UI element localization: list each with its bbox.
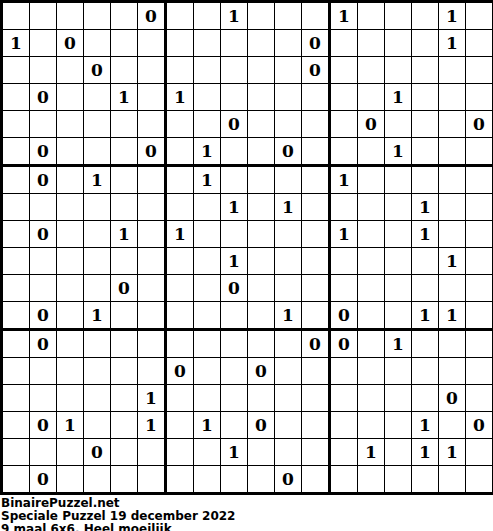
cell-r12c6-empty[interactable]: [138, 302, 167, 331]
cell-r16c1-empty[interactable]: [3, 412, 30, 439]
cell-r9c16-given-1: 1: [412, 221, 439, 248]
cell-r6c4-empty[interactable]: [84, 138, 111, 167]
cell-r12c3-empty[interactable]: [57, 302, 84, 331]
cell-r8c2-empty[interactable]: [30, 194, 57, 221]
cell-r6c18-empty[interactable]: [466, 138, 492, 167]
cell-r16c13-empty[interactable]: [331, 412, 358, 439]
cell-r17c13-empty[interactable]: [331, 439, 358, 466]
cell-r13c3-empty[interactable]: [57, 331, 84, 358]
cell-r3c10-empty[interactable]: [248, 57, 275, 84]
cell-r1c14-empty[interactable]: [358, 3, 385, 30]
cell-r14c12-empty[interactable]: [302, 358, 331, 385]
cell-r5c14-given-0: 0: [358, 111, 385, 138]
cell-r3c9-empty[interactable]: [221, 57, 248, 84]
cell-r5c13-empty[interactable]: [331, 111, 358, 138]
cell-r11c15-empty[interactable]: [385, 275, 412, 302]
cell-r5c16-empty[interactable]: [412, 111, 439, 138]
cell-r9c9-empty[interactable]: [221, 221, 248, 248]
cell-r18c5-empty[interactable]: [111, 466, 138, 492]
cell-r7c16-empty[interactable]: [412, 167, 439, 194]
cell-r11c18-empty[interactable]: [466, 275, 492, 302]
cell-r18c4-empty[interactable]: [84, 466, 111, 492]
cell-r2c2-empty[interactable]: [30, 30, 57, 57]
board-row-8: 111: [3, 194, 492, 221]
cell-r8c17-empty[interactable]: [439, 194, 466, 221]
cell-r3c11-empty[interactable]: [275, 57, 302, 84]
cell-r5c4-empty[interactable]: [84, 111, 111, 138]
cell-r4c14-empty[interactable]: [358, 84, 385, 111]
cell-r15c4-empty[interactable]: [84, 385, 111, 412]
cell-r6c13-empty[interactable]: [331, 138, 358, 167]
cell-r1c8-empty[interactable]: [194, 3, 221, 30]
cell-r2c15-empty[interactable]: [385, 30, 412, 57]
cell-r9c15-empty[interactable]: [385, 221, 412, 248]
cell-r2c6-empty[interactable]: [138, 30, 167, 57]
cell-r12c17-given-1: 1: [439, 302, 466, 331]
cell-r5c18-given-0: 0: [466, 111, 492, 138]
cell-r7c3-empty[interactable]: [57, 167, 84, 194]
cell-r14c18-empty[interactable]: [466, 358, 492, 385]
cell-r17c11-empty[interactable]: [275, 439, 302, 466]
cell-r6c9-empty[interactable]: [221, 138, 248, 167]
cell-r13c15-given-1: 1: [385, 331, 412, 358]
cell-r3c1-empty[interactable]: [3, 57, 30, 84]
cell-r3c15-empty[interactable]: [385, 57, 412, 84]
cell-r10c13-empty[interactable]: [331, 248, 358, 275]
cell-r7c7-empty[interactable]: [167, 167, 194, 194]
cell-r3c8-empty[interactable]: [194, 57, 221, 84]
cell-r8c1-empty[interactable]: [3, 194, 30, 221]
cell-r13c11-empty[interactable]: [275, 331, 302, 358]
cell-r12c12-empty[interactable]: [302, 302, 331, 331]
cell-r4c6-empty[interactable]: [138, 84, 167, 111]
cell-r5c15-empty[interactable]: [385, 111, 412, 138]
board-row-9: 01111: [3, 221, 492, 248]
cell-r3c14-empty[interactable]: [358, 57, 385, 84]
cell-r1c4-empty[interactable]: [84, 3, 111, 30]
cell-r9c13-given-1: 1: [331, 221, 358, 248]
cell-r18c14-empty[interactable]: [358, 466, 385, 492]
cell-r2c13-empty[interactable]: [331, 30, 358, 57]
cell-r2c14-empty[interactable]: [358, 30, 385, 57]
cell-r1c3-empty[interactable]: [57, 3, 84, 30]
cell-r9c7-given-1: 1: [167, 221, 194, 248]
cell-r14c2-empty[interactable]: [30, 358, 57, 385]
cell-r3c12-given-0: 0: [302, 57, 331, 84]
cell-r1c5-empty[interactable]: [111, 3, 138, 30]
cell-r11c14-empty[interactable]: [358, 275, 385, 302]
cell-r2c17-given-1: 1: [439, 30, 466, 57]
cell-r10c11-empty[interactable]: [275, 248, 302, 275]
cell-r18c13-empty[interactable]: [331, 466, 358, 492]
cell-r5c17-empty[interactable]: [439, 111, 466, 138]
cell-r16c14-empty[interactable]: [358, 412, 385, 439]
cell-r18c3-empty[interactable]: [57, 466, 84, 492]
cell-r4c4-empty[interactable]: [84, 84, 111, 111]
cell-r7c5-empty[interactable]: [111, 167, 138, 194]
cell-r13c9-empty[interactable]: [221, 331, 248, 358]
cell-r8c11-given-1: 1: [275, 194, 302, 221]
cell-r11c11-empty[interactable]: [275, 275, 302, 302]
cell-r7c11-empty[interactable]: [275, 167, 302, 194]
cell-r14c4-empty[interactable]: [84, 358, 111, 385]
cell-r18c11-given-0: 0: [275, 466, 302, 492]
cell-r2c10-empty[interactable]: [248, 30, 275, 57]
cell-r15c18-empty[interactable]: [466, 385, 492, 412]
cell-r16c18-given-0: 0: [466, 412, 492, 439]
cell-r1c10-empty[interactable]: [248, 3, 275, 30]
cell-r1c1-empty[interactable]: [3, 3, 30, 30]
cell-r10c5-empty[interactable]: [111, 248, 138, 275]
cell-r5c9-given-0: 0: [221, 111, 248, 138]
cell-r18c6-empty[interactable]: [138, 466, 167, 492]
cell-r14c15-empty[interactable]: [385, 358, 412, 385]
cell-r16c17-empty[interactable]: [439, 412, 466, 439]
cell-r9c1-empty[interactable]: [3, 221, 30, 248]
cell-r13c6-empty[interactable]: [138, 331, 167, 358]
cell-r6c12-empty[interactable]: [302, 138, 331, 167]
cell-r7c1-empty[interactable]: [3, 167, 30, 194]
cell-r4c15-given-1: 1: [385, 84, 412, 111]
cell-r5c6-empty[interactable]: [138, 111, 167, 138]
cell-r11c6-empty[interactable]: [138, 275, 167, 302]
cell-r17c15-empty[interactable]: [385, 439, 412, 466]
cell-r6c5-empty[interactable]: [111, 138, 138, 167]
cell-r10c15-empty[interactable]: [385, 248, 412, 275]
cell-r16c7-empty[interactable]: [167, 412, 194, 439]
cell-r16c12-empty[interactable]: [302, 412, 331, 439]
cell-r17c17-given-1: 1: [439, 439, 466, 466]
cell-r14c8-empty[interactable]: [194, 358, 221, 385]
cell-r10c16-empty[interactable]: [412, 248, 439, 275]
cell-r16c10-given-0: 0: [248, 412, 275, 439]
cell-r9c10-empty[interactable]: [248, 221, 275, 248]
cell-r13c10-empty[interactable]: [248, 331, 275, 358]
cell-r8c12-empty[interactable]: [302, 194, 331, 221]
cell-r11c4-empty[interactable]: [84, 275, 111, 302]
cell-r9c3-empty[interactable]: [57, 221, 84, 248]
cell-r3c4-given-0: 0: [84, 57, 111, 84]
cell-r18c12-empty[interactable]: [302, 466, 331, 492]
cell-r3c7-empty[interactable]: [167, 57, 194, 84]
cell-r17c1-empty[interactable]: [3, 439, 30, 466]
cell-r13c5-empty[interactable]: [111, 331, 138, 358]
cell-r2c8-empty[interactable]: [194, 30, 221, 57]
cell-r8c4-empty[interactable]: [84, 194, 111, 221]
cell-r8c5-empty[interactable]: [111, 194, 138, 221]
cell-r1c12-empty[interactable]: [302, 3, 331, 30]
cell-r15c13-empty[interactable]: [331, 385, 358, 412]
cell-r13c16-empty[interactable]: [412, 331, 439, 358]
cell-r15c2-empty[interactable]: [30, 385, 57, 412]
cell-r14c10-given-0: 0: [248, 358, 275, 385]
cell-r13c14-empty[interactable]: [358, 331, 385, 358]
cell-r18c9-empty[interactable]: [221, 466, 248, 492]
cell-r13c17-empty[interactable]: [439, 331, 466, 358]
cell-r12c18-empty[interactable]: [466, 302, 492, 331]
cell-r4c8-empty[interactable]: [194, 84, 221, 111]
cell-r15c8-empty[interactable]: [194, 385, 221, 412]
cell-r8c16-given-1: 1: [412, 194, 439, 221]
cell-r18c1-empty[interactable]: [3, 466, 30, 492]
cell-r15c7-empty[interactable]: [167, 385, 194, 412]
cell-r9c8-empty[interactable]: [194, 221, 221, 248]
cell-r7c12-empty[interactable]: [302, 167, 331, 194]
cell-r1c11-empty[interactable]: [275, 3, 302, 30]
cell-r6c16-empty[interactable]: [412, 138, 439, 167]
cell-r15c10-empty[interactable]: [248, 385, 275, 412]
cell-r13c8-empty[interactable]: [194, 331, 221, 358]
cell-r3c6-empty[interactable]: [138, 57, 167, 84]
cell-r8c14-empty[interactable]: [358, 194, 385, 221]
cell-r2c16-empty[interactable]: [412, 30, 439, 57]
cell-r4c16-empty[interactable]: [412, 84, 439, 111]
cell-r8c8-empty[interactable]: [194, 194, 221, 221]
cell-r7c18-empty[interactable]: [466, 167, 492, 194]
cell-r7c6-empty[interactable]: [138, 167, 167, 194]
cell-r1c9-given-1: 1: [221, 3, 248, 30]
cell-r6c10-empty[interactable]: [248, 138, 275, 167]
cell-r4c3-empty[interactable]: [57, 84, 84, 111]
cell-r10c2-empty[interactable]: [30, 248, 57, 275]
cell-r9c17-empty[interactable]: [439, 221, 466, 248]
cell-r8c10-empty[interactable]: [248, 194, 275, 221]
cell-r8c15-empty[interactable]: [385, 194, 412, 221]
cell-r15c16-empty[interactable]: [412, 385, 439, 412]
cell-r6c3-empty[interactable]: [57, 138, 84, 167]
cell-r16c9-empty[interactable]: [221, 412, 248, 439]
cell-r2c4-empty[interactable]: [84, 30, 111, 57]
cell-r2c7-empty[interactable]: [167, 30, 194, 57]
cell-r6c6-given-0: 0: [138, 138, 167, 167]
cell-r10c7-empty[interactable]: [167, 248, 194, 275]
cell-r7c17-empty[interactable]: [439, 167, 466, 194]
cell-r12c10-empty[interactable]: [248, 302, 275, 331]
cell-r12c14-empty[interactable]: [358, 302, 385, 331]
cell-r13c4-empty[interactable]: [84, 331, 111, 358]
cell-r9c18-empty[interactable]: [466, 221, 492, 248]
cell-r5c5-empty[interactable]: [111, 111, 138, 138]
cell-r14c3-empty[interactable]: [57, 358, 84, 385]
cell-r10c18-empty[interactable]: [466, 248, 492, 275]
cell-r8c7-empty[interactable]: [167, 194, 194, 221]
cell-r10c1-empty[interactable]: [3, 248, 30, 275]
cell-r14c13-empty[interactable]: [331, 358, 358, 385]
cell-r14c11-empty[interactable]: [275, 358, 302, 385]
cell-r11c8-empty[interactable]: [194, 275, 221, 302]
cell-r6c14-empty[interactable]: [358, 138, 385, 167]
cell-r6c1-empty[interactable]: [3, 138, 30, 167]
cell-r18c15-empty[interactable]: [385, 466, 412, 492]
cell-r1c15-empty[interactable]: [385, 3, 412, 30]
cell-r17c12-empty[interactable]: [302, 439, 331, 466]
cell-r11c17-empty[interactable]: [439, 275, 466, 302]
cell-r14c6-empty[interactable]: [138, 358, 167, 385]
cell-r11c10-empty[interactable]: [248, 275, 275, 302]
cell-r14c9-empty[interactable]: [221, 358, 248, 385]
cell-r4c9-empty[interactable]: [221, 84, 248, 111]
cell-r4c1-empty[interactable]: [3, 84, 30, 111]
cell-r15c5-empty[interactable]: [111, 385, 138, 412]
cell-r11c13-empty[interactable]: [331, 275, 358, 302]
cell-r7c9-empty[interactable]: [221, 167, 248, 194]
cell-r11c16-empty[interactable]: [412, 275, 439, 302]
cell-r1c6-given-0: 0: [138, 3, 167, 30]
cell-r12c8-empty[interactable]: [194, 302, 221, 331]
cell-r10c9-given-1: 1: [221, 248, 248, 275]
cell-r4c11-empty[interactable]: [275, 84, 302, 111]
cell-r1c18-empty[interactable]: [466, 3, 492, 30]
cell-r15c1-empty[interactable]: [3, 385, 30, 412]
cell-r2c11-empty[interactable]: [275, 30, 302, 57]
cell-r17c4-given-0: 0: [84, 439, 111, 466]
cell-r18c10-empty[interactable]: [248, 466, 275, 492]
cell-r5c3-empty[interactable]: [57, 111, 84, 138]
cell-r17c10-empty[interactable]: [248, 439, 275, 466]
cell-r16c4-empty[interactable]: [84, 412, 111, 439]
cell-r15c11-empty[interactable]: [275, 385, 302, 412]
cell-r17c2-empty[interactable]: [30, 439, 57, 466]
cell-r3c16-empty[interactable]: [412, 57, 439, 84]
cell-r9c12-empty[interactable]: [302, 221, 331, 248]
cell-r10c8-empty[interactable]: [194, 248, 221, 275]
cell-r3c3-empty[interactable]: [57, 57, 84, 84]
cell-r10c14-empty[interactable]: [358, 248, 385, 275]
cell-r6c7-empty[interactable]: [167, 138, 194, 167]
cell-r15c14-empty[interactable]: [358, 385, 385, 412]
cell-r18c18-empty[interactable]: [466, 466, 492, 492]
cell-r17c8-empty[interactable]: [194, 439, 221, 466]
cell-r9c6-empty[interactable]: [138, 221, 167, 248]
cell-r2c1-given-1: 1: [3, 30, 30, 57]
cell-r17c6-empty[interactable]: [138, 439, 167, 466]
cell-r8c3-empty[interactable]: [57, 194, 84, 221]
cell-r10c17-given-1: 1: [439, 248, 466, 275]
cell-r12c1-empty[interactable]: [3, 302, 30, 331]
cell-r3c2-empty[interactable]: [30, 57, 57, 84]
cell-r1c7-empty[interactable]: [167, 3, 194, 30]
cell-r3c13-empty[interactable]: [331, 57, 358, 84]
cell-r13c18-empty[interactable]: [466, 331, 492, 358]
cell-r18c7-empty[interactable]: [167, 466, 194, 492]
cell-r14c5-empty[interactable]: [111, 358, 138, 385]
cell-r2c9-empty[interactable]: [221, 30, 248, 57]
cell-r5c10-empty[interactable]: [248, 111, 275, 138]
board-row-18: 00: [3, 466, 492, 492]
cell-r8c13-empty[interactable]: [331, 194, 358, 221]
cell-r2c5-empty[interactable]: [111, 30, 138, 57]
cell-r3c18-empty[interactable]: [466, 57, 492, 84]
cell-r11c3-empty[interactable]: [57, 275, 84, 302]
cell-r14c17-empty[interactable]: [439, 358, 466, 385]
cell-r3c17-empty[interactable]: [439, 57, 466, 84]
cell-r1c2-empty[interactable]: [30, 3, 57, 30]
cell-r12c9-empty[interactable]: [221, 302, 248, 331]
cell-r12c15-empty[interactable]: [385, 302, 412, 331]
cell-r8c18-empty[interactable]: [466, 194, 492, 221]
cell-r12c5-empty[interactable]: [111, 302, 138, 331]
cell-r4c13-empty[interactable]: [331, 84, 358, 111]
cell-r5c2-empty[interactable]: [30, 111, 57, 138]
puzzle-board: 0111100100011100000101011111101111110001…: [0, 0, 493, 495]
cell-r15c12-empty[interactable]: [302, 385, 331, 412]
cell-r15c3-empty[interactable]: [57, 385, 84, 412]
cell-r11c7-empty[interactable]: [167, 275, 194, 302]
cell-r5c11-empty[interactable]: [275, 111, 302, 138]
board-row-4: 0111: [3, 84, 492, 111]
cell-r14c1-empty[interactable]: [3, 358, 30, 385]
cell-r15c15-empty[interactable]: [385, 385, 412, 412]
cell-r10c6-empty[interactable]: [138, 248, 167, 275]
cell-r2c12-given-0: 0: [302, 30, 331, 57]
cell-r4c17-empty[interactable]: [439, 84, 466, 111]
cell-r9c14-empty[interactable]: [358, 221, 385, 248]
cell-r18c17-empty[interactable]: [439, 466, 466, 492]
cell-r14c14-empty[interactable]: [358, 358, 385, 385]
cell-r9c5-given-1: 1: [111, 221, 138, 248]
cell-r2c3-given-0: 0: [57, 30, 84, 57]
cell-r1c16-empty[interactable]: [412, 3, 439, 30]
cell-r5c12-empty[interactable]: [302, 111, 331, 138]
cell-r2c18-empty[interactable]: [466, 30, 492, 57]
cell-r16c15-empty[interactable]: [385, 412, 412, 439]
cell-r16c2-given-0: 0: [30, 412, 57, 439]
cell-r6c17-empty[interactable]: [439, 138, 466, 167]
cell-r12c16-given-1: 1: [412, 302, 439, 331]
cell-r3c5-empty[interactable]: [111, 57, 138, 84]
cell-r13c7-empty[interactable]: [167, 331, 194, 358]
cell-r5c8-empty[interactable]: [194, 111, 221, 138]
cell-r11c2-empty[interactable]: [30, 275, 57, 302]
cell-r10c12-empty[interactable]: [302, 248, 331, 275]
cell-r7c4-given-1: 1: [84, 167, 111, 194]
cell-r10c3-empty[interactable]: [57, 248, 84, 275]
cell-r4c18-empty[interactable]: [466, 84, 492, 111]
cell-r13c13-given-0: 0: [331, 331, 358, 358]
cell-r7c10-empty[interactable]: [248, 167, 275, 194]
cell-r17c5-empty[interactable]: [111, 439, 138, 466]
cell-r9c4-empty[interactable]: [84, 221, 111, 248]
cell-r11c12-empty[interactable]: [302, 275, 331, 302]
cell-r10c4-empty[interactable]: [84, 248, 111, 275]
cell-r18c16-empty[interactable]: [412, 466, 439, 492]
cell-r4c10-empty[interactable]: [248, 84, 275, 111]
cell-r17c9-given-1: 1: [221, 439, 248, 466]
cell-r16c5-empty[interactable]: [111, 412, 138, 439]
cell-r7c15-empty[interactable]: [385, 167, 412, 194]
cell-r15c9-empty[interactable]: [221, 385, 248, 412]
cell-r9c11-empty[interactable]: [275, 221, 302, 248]
cell-r17c3-empty[interactable]: [57, 439, 84, 466]
cell-r17c18-empty[interactable]: [466, 439, 492, 466]
cell-r8c6-empty[interactable]: [138, 194, 167, 221]
footer: BinairePuzzel.net Speciale Puzzel 19 dec…: [0, 496, 493, 531]
cell-r11c1-empty[interactable]: [3, 275, 30, 302]
cell-r7c14-empty[interactable]: [358, 167, 385, 194]
cell-r10c10-empty[interactable]: [248, 248, 275, 275]
cell-r5c7-empty[interactable]: [167, 111, 194, 138]
cell-r18c8-empty[interactable]: [194, 466, 221, 492]
cell-r13c1-empty[interactable]: [3, 331, 30, 358]
cell-r4c12-empty[interactable]: [302, 84, 331, 111]
cell-r12c7-empty[interactable]: [167, 302, 194, 331]
cell-r16c11-empty[interactable]: [275, 412, 302, 439]
cell-r9c2-given-0: 0: [30, 221, 57, 248]
cell-r14c16-empty[interactable]: [412, 358, 439, 385]
cell-r17c7-empty[interactable]: [167, 439, 194, 466]
cell-r5c1-empty[interactable]: [3, 111, 30, 138]
board-row-14: 00: [3, 358, 492, 385]
